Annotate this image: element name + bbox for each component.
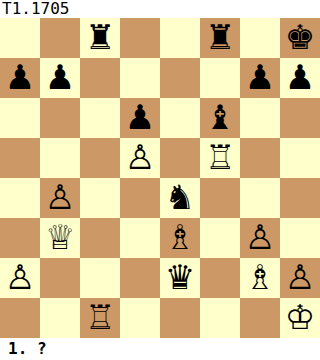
square-e3[interactable]: ♗ [160,218,200,258]
piece-white-pawn: ♙ [45,178,75,217]
square-f6[interactable]: ♝ [200,98,240,138]
square-c5[interactable] [80,138,120,178]
piece-white-queen: ♕ [45,218,75,257]
square-a1[interactable] [0,298,40,338]
square-g4[interactable] [240,178,280,218]
chess-puzzle-window: T1.1705 ♜♜♚♟♟♟♟♟♝♙♖♙♞♕♗♙♙♛♗♙♖♔ 1. ? [0,0,320,360]
square-d7[interactable] [120,58,160,98]
chess-board: ♜♜♚♟♟♟♟♟♝♙♖♙♞♕♗♙♙♛♗♙♖♔ [0,18,320,338]
piece-white-king: ♔ [285,298,315,337]
piece-white-pawn: ♙ [245,218,275,257]
piece-black-pawn: ♟ [45,58,75,97]
piece-white-bishop: ♗ [245,258,275,297]
piece-white-rook: ♖ [85,298,115,337]
square-g5[interactable] [240,138,280,178]
square-h5[interactable] [280,138,320,178]
square-f8[interactable]: ♜ [200,18,240,58]
square-b6[interactable] [40,98,80,138]
piece-black-pawn: ♟ [5,58,35,97]
square-e6[interactable] [160,98,200,138]
square-c1[interactable]: ♖ [80,298,120,338]
square-g7[interactable]: ♟ [240,58,280,98]
square-h4[interactable] [280,178,320,218]
square-b8[interactable] [40,18,80,58]
square-e2[interactable]: ♛ [160,258,200,298]
piece-black-king: ♚ [285,18,315,57]
square-e4[interactable]: ♞ [160,178,200,218]
square-e1[interactable] [160,298,200,338]
square-f1[interactable] [200,298,240,338]
piece-black-pawn: ♟ [245,58,275,97]
square-h3[interactable] [280,218,320,258]
square-e5[interactable] [160,138,200,178]
square-a7[interactable]: ♟ [0,58,40,98]
square-b1[interactable] [40,298,80,338]
square-a2[interactable]: ♙ [0,258,40,298]
piece-black-bishop: ♝ [205,98,235,137]
piece-white-pawn: ♙ [5,258,35,297]
square-c2[interactable] [80,258,120,298]
square-d8[interactable] [120,18,160,58]
square-g3[interactable]: ♙ [240,218,280,258]
piece-black-knight: ♞ [165,178,195,217]
square-b7[interactable]: ♟ [40,58,80,98]
square-d3[interactable] [120,218,160,258]
square-d2[interactable] [120,258,160,298]
square-b3[interactable]: ♕ [40,218,80,258]
square-c4[interactable] [80,178,120,218]
square-g2[interactable]: ♗ [240,258,280,298]
move-prompt: 1. ? [8,338,47,360]
square-c8[interactable]: ♜ [80,18,120,58]
square-a5[interactable] [0,138,40,178]
square-h8[interactable]: ♚ [280,18,320,58]
piece-white-pawn: ♙ [125,138,155,177]
square-a3[interactable] [0,218,40,258]
piece-black-rook: ♜ [205,18,235,57]
square-b5[interactable] [40,138,80,178]
piece-black-queen: ♛ [165,258,195,297]
square-e7[interactable] [160,58,200,98]
square-h7[interactable]: ♟ [280,58,320,98]
square-d6[interactable]: ♟ [120,98,160,138]
square-f4[interactable] [200,178,240,218]
square-d5[interactable]: ♙ [120,138,160,178]
square-g8[interactable] [240,18,280,58]
square-a6[interactable] [0,98,40,138]
square-h1[interactable]: ♔ [280,298,320,338]
square-c7[interactable] [80,58,120,98]
square-f2[interactable] [200,258,240,298]
square-e8[interactable] [160,18,200,58]
square-d4[interactable] [120,178,160,218]
square-f3[interactable] [200,218,240,258]
square-g1[interactable] [240,298,280,338]
square-b2[interactable] [40,258,80,298]
piece-white-pawn: ♙ [285,258,315,297]
square-c6[interactable] [80,98,120,138]
square-h2[interactable]: ♙ [280,258,320,298]
piece-black-pawn: ♟ [125,98,155,137]
piece-black-rook: ♜ [85,18,115,57]
square-a4[interactable] [0,178,40,218]
square-h6[interactable] [280,98,320,138]
piece-white-bishop: ♗ [165,218,195,257]
square-g6[interactable] [240,98,280,138]
puzzle-id: T1.1705 [2,0,69,18]
square-f5[interactable]: ♖ [200,138,240,178]
square-b4[interactable]: ♙ [40,178,80,218]
square-f7[interactable] [200,58,240,98]
square-d1[interactable] [120,298,160,338]
square-c3[interactable] [80,218,120,258]
square-a8[interactable] [0,18,40,58]
piece-black-pawn: ♟ [285,58,315,97]
piece-white-rook: ♖ [205,138,235,177]
